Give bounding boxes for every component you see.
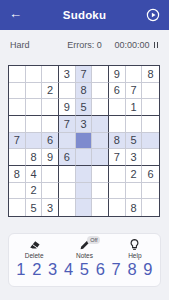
cell-r3c1[interactable] [9,99,26,116]
cell-r7c6[interactable] [92,166,109,183]
cell-r4c5[interactable]: 3 [76,116,93,133]
cell-r1c1[interactable] [9,66,26,83]
cell-r3c3[interactable] [42,99,59,116]
cell-r9c2[interactable]: 5 [26,199,43,216]
sudoku-board: 379828679517376858967384262538 [8,65,160,217]
pause-icon[interactable] [153,41,160,49]
cell-r7c2[interactable]: 4 [26,166,43,183]
cell-r9c7[interactable] [109,199,126,216]
cell-r2c5[interactable]: 8 [76,83,93,100]
cell-r5c5[interactable] [76,133,93,150]
numpad-2[interactable]: 2 [32,260,41,278]
cell-r2c9[interactable] [142,83,159,100]
cell-r5c4[interactable] [59,133,76,150]
control-panel: Delete Off Notes Help [8,233,161,287]
cell-r3c5[interactable]: 5 [76,99,93,116]
cell-r4c2[interactable] [26,116,43,133]
cell-r2c7[interactable]: 6 [109,83,126,100]
cell-r5c9[interactable] [142,133,159,150]
cell-r4c8[interactable] [126,116,143,133]
cell-r8c8[interactable] [126,183,143,200]
help-label: Help [128,252,141,259]
notes-label: Notes [76,252,93,259]
cell-r5c1[interactable]: 7 [9,133,26,150]
cell-r1c4[interactable]: 3 [59,66,76,83]
cell-r8c4[interactable] [59,183,76,200]
play-circle-icon[interactable] [146,8,160,22]
notes-state-badge: Off [87,236,100,244]
cell-r2c8[interactable]: 7 [126,83,143,100]
cell-r6c1[interactable] [9,149,26,166]
cell-r7c9[interactable]: 6 [142,166,159,183]
cell-r4c4[interactable]: 7 [59,116,76,133]
cell-r6c6[interactable] [92,149,109,166]
cell-r2c6[interactable] [92,83,109,100]
cell-r7c7[interactable] [109,166,126,183]
cell-r8c5[interactable] [76,183,93,200]
numpad-4[interactable]: 4 [64,260,73,278]
numpad-9[interactable]: 9 [143,260,152,278]
cell-r4c7[interactable] [109,116,126,133]
cell-r4c6[interactable] [92,116,109,133]
status-bar: Hard Errors: 0 00:00:00 [0,40,169,50]
cell-r8c7[interactable] [109,183,126,200]
cell-r3c4[interactable]: 9 [59,99,76,116]
cell-r8c2[interactable]: 2 [26,183,43,200]
cell-r7c3[interactable] [42,166,59,183]
sudoku-app: ← Sudoku Hard Errors: 0 00:00:00 3798286… [0,0,169,300]
numpad-6[interactable]: 6 [96,260,105,278]
cell-r1c3[interactable] [42,66,59,83]
cell-r3c9[interactable] [142,99,159,116]
cell-r6c2[interactable]: 8 [26,149,43,166]
cell-r7c8[interactable]: 2 [126,166,143,183]
cell-r5c6[interactable] [92,133,109,150]
cell-r7c5[interactable] [76,166,93,183]
cell-r9c4[interactable] [59,199,76,216]
cell-r8c9[interactable] [142,183,159,200]
cell-r6c8[interactable]: 3 [126,149,143,166]
lightbulb-icon [128,238,141,251]
cell-r1c7[interactable]: 9 [109,66,126,83]
cell-r6c7[interactable]: 7 [109,149,126,166]
cell-r9c9[interactable] [142,199,159,216]
errors-counter: Errors: 0 [60,40,110,50]
cell-r8c3[interactable] [42,183,59,200]
cell-r4c1[interactable] [9,116,26,133]
cell-r7c1[interactable]: 8 [9,166,26,183]
delete-button[interactable]: Delete [17,238,51,259]
cell-r4c3[interactable] [42,116,59,133]
numpad-8[interactable]: 8 [127,260,136,278]
cell-r6c5[interactable] [76,149,93,166]
cell-r3c2[interactable] [26,99,43,116]
number-pad: 123456789 [9,259,160,278]
cell-r5c8[interactable]: 5 [126,133,143,150]
cell-r2c4[interactable] [59,83,76,100]
cell-r3c6[interactable] [92,99,109,116]
cell-r1c9[interactable]: 8 [142,66,159,83]
tool-row: Delete Off Notes Help [9,234,160,259]
cell-r9c6[interactable] [92,199,109,216]
cell-r3c8[interactable]: 1 [126,99,143,116]
cell-r2c2[interactable] [26,83,43,100]
cell-r1c6[interactable] [92,66,109,83]
timer-value: 00:00:00 [114,40,149,50]
cell-r8c6[interactable] [92,183,109,200]
difficulty-label: Hard [10,40,60,50]
cell-r7c4[interactable] [59,166,76,183]
cell-r1c2[interactable] [26,66,43,83]
numpad-7[interactable]: 7 [112,260,121,278]
cell-r2c3[interactable]: 2 [42,83,59,100]
cell-r9c3[interactable]: 3 [42,199,59,216]
cell-r9c5[interactable] [76,199,93,216]
back-arrow-icon[interactable]: ← [9,6,22,22]
delete-label: Delete [25,252,44,259]
cell-r6c3[interactable]: 9 [42,149,59,166]
cell-r2c1[interactable] [9,83,26,100]
notes-button[interactable]: Off Notes [67,238,101,259]
cell-r4c9[interactable] [142,116,159,133]
eraser-icon [28,238,41,251]
help-button[interactable]: Help [118,238,152,259]
page-title: Sudoku [0,9,169,21]
cell-r8c1[interactable] [9,183,26,200]
app-header: ← Sudoku [0,0,169,30]
numpad-3[interactable]: 3 [48,260,57,278]
cell-r5c3[interactable]: 6 [42,133,59,150]
cell-r9c1[interactable] [9,199,26,216]
numpad-5[interactable]: 5 [80,260,89,278]
numpad-1[interactable]: 1 [16,260,25,278]
cell-r9c8[interactable]: 8 [126,199,143,216]
cell-r5c2[interactable] [26,133,43,150]
cell-r6c4[interactable]: 6 [59,149,76,166]
cell-r3c7[interactable] [109,99,126,116]
cell-r1c8[interactable] [126,66,143,83]
cell-r5c7[interactable]: 8 [109,133,126,150]
cell-r1c5[interactable]: 7 [76,66,93,83]
cell-r6c9[interactable] [142,149,159,166]
